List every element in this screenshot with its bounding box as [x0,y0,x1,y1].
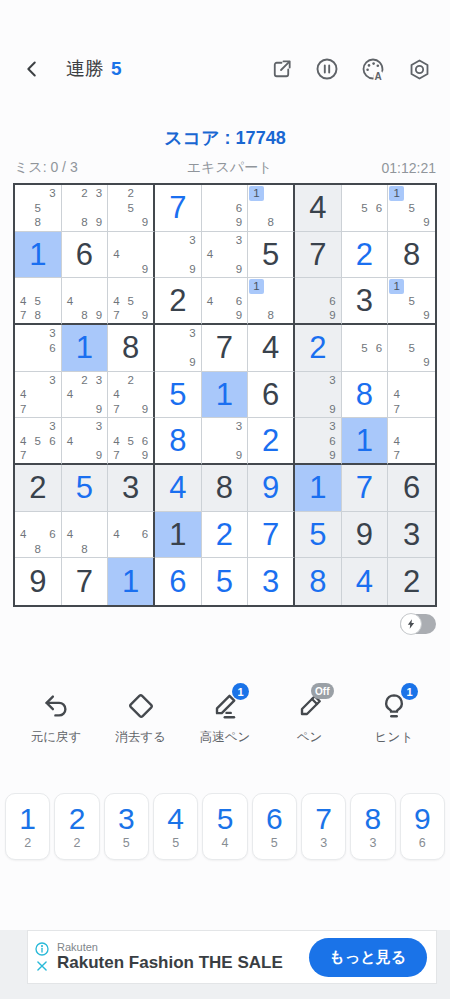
note-digit: 9 [232,308,247,322]
user-digit: 1 [76,332,93,363]
cell-r1c2[interactable]: 2389 [62,185,109,232]
numpad-5[interactable]: 54 [202,793,247,860]
given-digit: 6 [262,379,279,410]
user-digit: 1 [216,379,233,410]
fast-erase-label: 消去する [115,729,166,746]
pencil-notes: 18 [249,279,292,322]
note-digit: 8 [31,215,46,230]
cell-r4c6[interactable]: 4 [248,325,295,372]
cell-r3c9[interactable]: 159 [388,278,435,325]
user-digit: 1 [29,239,46,270]
given-digit: 8 [122,332,139,363]
cell-r4c9[interactable]: 59 [388,325,435,372]
numpad-1-digit: 1 [19,804,36,834]
given-digit: 6 [403,472,420,503]
given-digit: 4 [262,332,279,363]
cell-r8c2[interactable]: 48 [62,512,109,559]
cell-r1c8[interactable]: 56 [342,185,389,232]
numpad-1[interactable]: 12 [5,793,50,860]
pen-label: ペン [297,729,323,746]
user-digit: 5 [309,519,326,550]
cell-r2c3[interactable]: 49 [108,232,155,279]
sudoku-board: 3582389259769184561591649393495728457848… [15,185,435,605]
cell-r3c8[interactable]: 3 [342,278,389,325]
note-digit: 9 [325,308,340,322]
cell-r7c5[interactable]: 8 [202,465,249,512]
user-digit: 8 [309,566,326,597]
ad-info-icon[interactable] [34,941,50,957]
pencil-notes: 47 [389,373,434,417]
cell-r2c1[interactable]: 1 [15,232,62,279]
pencil-notes: 358 [16,186,60,230]
hint-button[interactable]: 1 ヒント [356,690,432,746]
cell-r1c5[interactable]: 69 [202,185,249,232]
numpad-9-count: 6 [419,837,426,850]
given-digit: 7 [216,332,233,363]
note-digit: 7 [109,448,123,462]
user-digit: 2 [262,425,279,456]
numpad-9[interactable]: 96 [400,793,445,860]
cell-r9c6[interactable]: 3 [248,558,295,605]
hint-label: ヒント [375,729,413,746]
undo-button[interactable]: 元に戻す [18,690,94,746]
user-digit: 7 [262,519,279,550]
cell-r9c7[interactable]: 8 [295,558,342,605]
note-digit: 4 [389,434,404,448]
cell-r8c8[interactable]: 9 [342,512,389,559]
cell-r7c8[interactable]: 7 [342,465,389,512]
pencil-notes: 48 [63,513,107,557]
note-digit: 9 [419,215,434,230]
score-label: スコア : [164,128,230,148]
pencil-notes: 2389 [63,186,107,230]
note-digit: 4 [109,434,123,448]
user-digit: 4 [356,566,373,597]
note-digit: 2 [124,373,138,388]
note-digit: 3 [325,373,340,388]
cell-r4c7[interactable]: 2 [295,325,342,372]
pencil-notes: 46 [109,513,152,557]
note-digit: 6 [325,294,340,308]
note-digit: 9 [138,308,152,322]
undo-icon [41,691,71,721]
fast-pen-badge: 1 [232,683,249,700]
pencil-notes: 159 [389,279,434,322]
numpad-6-count: 5 [271,837,278,850]
note-digit: 9 [325,402,340,417]
note-digit: 1 [389,279,404,293]
numpad-6-digit: 6 [266,804,283,834]
cell-r5c1[interactable]: 347 [15,372,62,419]
back-button[interactable] [16,53,48,85]
cell-r5c2[interactable]: 2349 [62,372,109,419]
note-digit: 7 [109,402,123,417]
pencil-notes: 347 [16,373,60,417]
user-digit: 8 [356,379,373,410]
cell-r6c5[interactable]: 39 [202,418,249,465]
note-digit: 4 [63,294,78,308]
note-digit: 7 [389,402,404,417]
cell-r3c3[interactable]: 4579 [108,278,155,325]
note-digit: 7 [389,448,404,462]
cell-r9c3[interactable]: 1 [108,558,155,605]
cell-r6c7[interactable]: 369 [295,418,342,465]
cell-r5c4[interactable]: 5 [155,372,202,419]
cell-r4c2[interactable]: 1 [62,325,109,372]
pencil-notes: 69 [296,279,340,322]
note-digit: 2 [124,186,138,201]
user-digit: 8 [169,425,186,456]
note-digit: 1 [249,186,263,201]
pencil-notes: 369 [296,419,340,462]
cell-r7c4[interactable]: 4 [155,465,202,512]
note-digit: 4 [63,527,78,542]
difficulty-label: エキスパート [78,159,382,177]
pencil-notes: 468 [16,513,60,557]
user-digit: 2 [309,332,326,363]
lightning-icon [405,618,417,630]
pencil-notes: 469 [203,279,247,322]
pencil-notes: 34567 [16,419,60,462]
note-digit: 3 [45,186,60,201]
cell-r9c9[interactable]: 2 [388,558,435,605]
cell-r2c9[interactable]: 8 [388,232,435,279]
cell-r2c6[interactable]: 5 [248,232,295,279]
numpad-3-digit: 3 [118,804,135,834]
ad-banner[interactable]: Rakuten Rakuten Fashion THE SALE もっと見る [27,930,437,984]
pencil-notes: 2479 [109,373,152,417]
given-digit: 9 [356,519,373,550]
energy-mode-toggle[interactable] [400,614,436,634]
given-digit: 6 [76,239,93,270]
score-value: 17748 [236,128,286,148]
note-digit: 8 [31,308,46,322]
share-icon [269,57,294,82]
given-digit: 8 [403,239,420,270]
cell-r3c7[interactable]: 69 [295,278,342,325]
numpad-2[interactable]: 22 [54,793,99,860]
cell-r5c7[interactable]: 39 [295,372,342,419]
cell-r8c5[interactable]: 2 [202,512,249,559]
numpad-1-count: 2 [24,837,31,850]
cell-r3c2[interactable]: 489 [62,278,109,325]
note-digit: 6 [138,434,152,448]
numpad-2-count: 2 [74,837,81,850]
numpad-4-digit: 4 [167,804,184,834]
score-line: スコア : 17748 [0,126,450,150]
note-digit: 3 [45,373,60,388]
pen-badge: Off [311,683,333,699]
ad-cta-button[interactable]: もっと見る [309,938,427,977]
note-digit: 5 [404,201,419,216]
cell-r1c6[interactable]: 18 [248,185,295,232]
settings-icon [407,57,432,82]
pen-button[interactable]: Off ペン [272,690,348,746]
note-digit: 9 [138,448,152,462]
app-bar: 連勝 5 A [16,50,434,88]
user-digit: 5 [169,379,186,410]
pencil-notes: 49 [109,233,152,277]
numpad-4[interactable]: 45 [153,793,198,860]
cell-r3c4[interactable]: 2 [155,278,202,325]
pencil-notes: 56 [343,326,387,370]
note-digit: 6 [45,341,60,356]
cell-r1c4[interactable]: 7 [155,185,202,232]
numpad-4-count: 5 [172,837,179,850]
note-digit: 6 [232,201,247,216]
numpad-5-digit: 5 [217,804,234,834]
pencil-notes: 259 [109,186,152,230]
note-digit: 4 [109,247,123,262]
note-digit: 8 [77,215,92,230]
mistakes-counter: ミス: 0 / 3 [14,159,78,177]
cell-r9c8[interactable]: 4 [342,558,389,605]
note-digit: 3 [185,326,200,341]
note-digit: 4 [16,387,31,402]
cell-r7c6[interactable]: 9 [248,465,295,512]
cell-r1c3[interactable]: 259 [108,185,155,232]
cell-r5c8[interactable]: 8 [342,372,389,419]
cell-r2c8[interactable]: 2 [342,232,389,279]
note-digit: 4 [16,434,31,448]
user-digit: 2 [216,519,233,550]
given-digit: 2 [29,472,46,503]
note-digit: 3 [92,373,107,388]
number-pad: 12 22 35 45 54 65 73 83 96 [5,793,445,860]
note-digit: 4 [389,387,404,402]
hint-badge: 1 [401,683,418,700]
given-digit: 9 [29,566,46,597]
note-digit: 4 [63,387,78,402]
cell-r6c8[interactable]: 1 [342,418,389,465]
note-digit: 4 [16,527,31,542]
pencil-notes: 18 [249,186,292,230]
numpad-8-count: 3 [369,837,376,850]
note-digit: 3 [45,419,60,433]
cell-r8c7[interactable]: 5 [295,512,342,559]
tool-bar: 元に戻す 消去する 1 高速ペン Off ペン [18,690,432,746]
user-digit: 1 [122,566,139,597]
cell-r5c5[interactable]: 1 [202,372,249,419]
cell-r6c3[interactable]: 45679 [108,418,155,465]
cell-r6c2[interactable]: 349 [62,418,109,465]
given-digit: 3 [122,472,139,503]
given-digit: 8 [216,472,233,503]
user-digit: 4 [169,472,186,503]
note-digit: 5 [124,434,138,448]
pencil-notes: 39 [296,373,340,417]
numpad-9-digit: 9 [414,804,431,834]
pencil-notes: 59 [389,326,434,370]
cell-r4c1[interactable]: 36 [15,325,62,372]
streak-value: 5 [111,58,122,80]
cell-r1c1[interactable]: 358 [15,185,62,232]
cell-r6c4[interactable]: 8 [155,418,202,465]
user-digit: 5 [216,566,233,597]
numpad-6[interactable]: 65 [252,793,297,860]
ad-title: Rakuten Fashion THE SALE [57,953,283,973]
cell-r7c2[interactable]: 5 [62,465,109,512]
user-digit: 1 [309,472,326,503]
numpad-7[interactable]: 73 [301,793,346,860]
given-digit: 7 [309,239,326,270]
note-digit: 6 [45,527,60,542]
given-digit: 1 [169,519,186,550]
cell-r7c1[interactable]: 2 [15,465,62,512]
numpad-7-count: 3 [320,837,327,850]
board-frame: 3582389259769184561591649393495728457848… [13,183,437,607]
cell-r6c6[interactable]: 2 [248,418,295,465]
note-digit: 6 [372,341,387,356]
pencil-notes: 4578 [16,279,60,322]
note-digit: 6 [325,434,340,448]
pencil-notes: 349 [63,419,107,462]
note-digit: 9 [232,262,247,277]
user-digit: 6 [169,566,186,597]
note-digit: 1 [249,279,263,293]
note-digit: 9 [92,215,107,230]
settings-button[interactable] [404,54,434,84]
cell-r4c8[interactable]: 56 [342,325,389,372]
note-digit: 7 [16,308,31,322]
pencil-notes: 45679 [109,419,152,462]
user-digit: 5 [76,472,93,503]
note-digit: 1 [389,186,404,201]
erase-button[interactable]: 消去する [103,690,179,746]
numpad-8[interactable]: 83 [350,793,395,860]
note-digit: 3 [232,233,247,248]
numpad-3[interactable]: 35 [104,793,149,860]
fast-pen-label: 高速ペン [200,729,251,746]
note-digit: 9 [138,402,152,417]
user-digit: 1 [356,425,373,456]
note-digit: 3 [92,419,107,433]
ad-brand: Rakuten [57,941,283,953]
note-digit: 8 [77,542,92,557]
cell-r7c3[interactable]: 3 [108,465,155,512]
note-digit: 5 [31,294,46,308]
cell-r5c9[interactable]: 47 [388,372,435,419]
pencil-notes: 39 [203,419,247,462]
cell-r2c7[interactable]: 7 [295,232,342,279]
numpad-5-count: 4 [222,837,229,850]
note-digit: 5 [404,294,419,308]
note-digit: 9 [325,448,340,462]
note-digit: 5 [357,341,372,356]
user-digit: 9 [262,472,279,503]
note-digit: 3 [232,419,247,433]
cell-r4c4[interactable]: 39 [155,325,202,372]
note-digit: 5 [31,434,46,448]
note-digit: 9 [419,355,434,370]
cell-r6c9[interactable]: 47 [388,418,435,465]
streak-label: 連勝 [66,56,104,82]
note-digit: 3 [45,326,60,341]
cell-r1c9[interactable]: 159 [388,185,435,232]
cell-r7c9[interactable]: 6 [388,465,435,512]
cell-r8c9[interactable]: 3 [388,512,435,559]
note-digit: 7 [16,448,31,462]
cell-r8c3[interactable]: 46 [108,512,155,559]
cell-r6c1[interactable]: 34567 [15,418,62,465]
note-digit: 4 [109,387,123,402]
note-digit: 7 [109,308,123,322]
note-digit: 8 [264,215,278,230]
user-digit: 7 [169,192,186,223]
user-digit: 7 [356,472,373,503]
cell-r8c6[interactable]: 7 [248,512,295,559]
cell-r3c5[interactable]: 469 [202,278,249,325]
numpad-3-count: 5 [123,837,130,850]
given-digit: 3 [403,519,420,550]
cell-r1c7[interactable]: 4 [295,185,342,232]
note-digit: 6 [372,201,387,216]
cell-r9c5[interactable]: 5 [202,558,249,605]
note-digit: 9 [92,402,107,417]
note-digit: 8 [77,308,92,322]
pencil-notes: 159 [389,186,434,230]
note-digit: 5 [124,294,138,308]
note-digit: 5 [124,201,138,216]
given-digit: 5 [262,239,279,270]
note-digit: 9 [92,448,107,462]
note-digit: 4 [16,294,31,308]
cell-r5c3[interactable]: 2479 [108,372,155,419]
cell-r9c4[interactable]: 6 [155,558,202,605]
eraser-icon [126,691,156,721]
pause-button[interactable] [312,54,342,84]
cell-r9c1[interactable]: 9 [15,558,62,605]
pause-icon [314,56,340,82]
user-digit: 3 [262,566,279,597]
numpad-2-digit: 2 [69,804,86,834]
note-digit: 5 [31,201,46,216]
cell-r2c2[interactable]: 6 [62,232,109,279]
given-digit: 7 [76,566,93,597]
cell-r5c6[interactable]: 6 [248,372,295,419]
cell-r4c5[interactable]: 7 [202,325,249,372]
cell-r4c3[interactable]: 8 [108,325,155,372]
note-digit: 9 [185,262,200,277]
note-digit: 5 [404,341,419,356]
cell-r3c1[interactable]: 4578 [15,278,62,325]
note-digit: 8 [31,542,46,557]
ad-close-icon[interactable] [35,959,49,973]
cell-r2c5[interactable]: 349 [202,232,249,279]
note-digit: 9 [419,308,434,322]
numpad-7-digit: 7 [315,804,332,834]
note-digit: 6 [138,527,152,542]
chevron-left-icon [21,58,43,80]
share-button[interactable] [266,54,296,84]
note-digit: 6 [232,294,247,308]
ad-strip: Rakuten Rakuten Fashion THE SALE もっと見る [0,930,450,999]
cell-r8c4[interactable]: 1 [155,512,202,559]
cell-r7c7[interactable]: 1 [295,465,342,512]
cell-r3c6[interactable]: 18 [248,278,295,325]
fast-pen-button[interactable]: 1 高速ペン [187,690,263,746]
given-digit: 2 [403,566,420,597]
pencil-notes: 489 [63,279,107,322]
cell-r9c2[interactable]: 7 [62,558,109,605]
note-digit: 7 [16,402,31,417]
note-digit: 3 [185,233,200,248]
theme-button[interactable]: A [358,54,388,84]
cell-r2c4[interactable]: 39 [155,232,202,279]
note-digit: 3 [92,186,107,201]
cell-r8c1[interactable]: 468 [15,512,62,559]
svg-text:A: A [374,71,381,82]
